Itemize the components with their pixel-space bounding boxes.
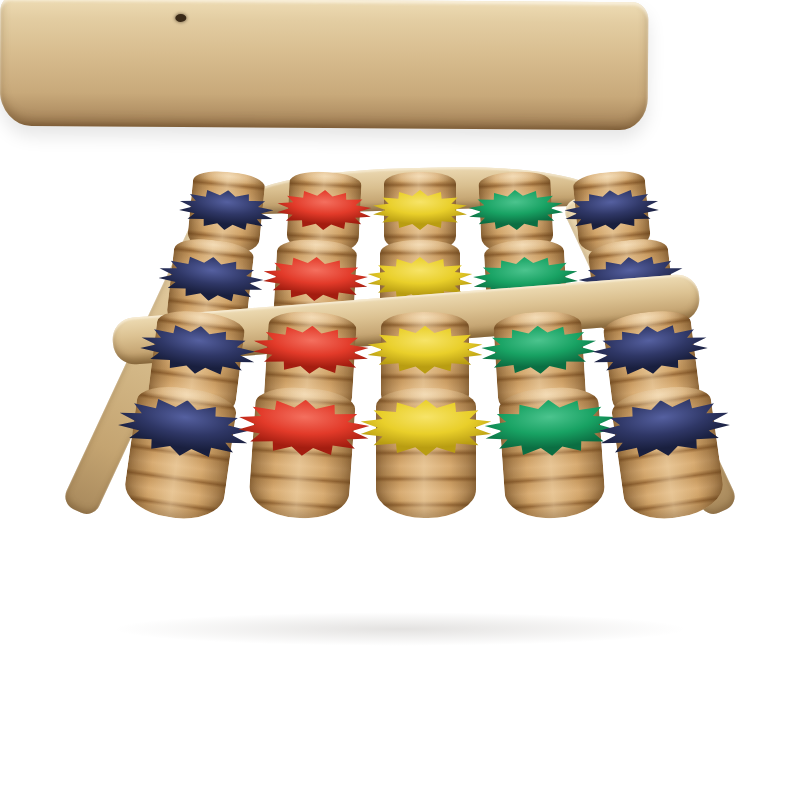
spike-ring-navy [155,251,266,307]
wood-knot [175,14,186,22]
spike-ring-surface [562,185,662,234]
spike-ring-red [251,322,372,377]
spike-ring-surface [275,188,373,233]
front-base [0,0,648,130]
spike-ring-yellow [372,190,468,230]
roller-row4-col4-green [498,385,607,522]
spike-ring-red [275,188,373,233]
spike-ring-red [235,395,373,460]
roller-row4-col1-navy [121,382,238,525]
spike-ring-surface [136,319,259,381]
spike-ring-surface [176,185,276,234]
product-photo [0,0,800,800]
spike-ring-surface [372,190,468,230]
spike-ring-surface [155,251,266,307]
roller-row4-col3-yellow [376,388,476,518]
roller-row4-col5-navy [609,382,726,525]
spike-ring-surface [589,319,712,381]
spike-ring-green [467,188,565,233]
spike-ring-surface [366,326,484,374]
spike-ring-red [261,254,370,304]
floor-shadow [110,612,690,646]
spike-ring-surface [359,400,493,456]
roller-row4-col2-red [248,385,357,522]
spike-ring-navy [176,185,276,234]
spike-ring-surface [261,254,370,304]
spike-ring-navy [589,319,712,381]
spike-ring-surface [251,322,372,377]
spike-ring-surface [467,188,565,233]
spike-ring-green [479,322,600,377]
spike-ring-yellow [366,326,484,374]
spike-ring-yellow [359,400,493,456]
spike-ring-surface [235,395,373,460]
spike-ring-surface [479,322,600,377]
spike-ring-navy [562,185,662,234]
spike-ring-navy [136,319,259,381]
